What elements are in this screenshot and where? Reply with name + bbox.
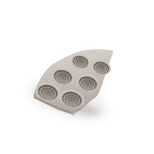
mold-graphic	[0, 0, 154, 154]
product-photo	[0, 0, 154, 154]
